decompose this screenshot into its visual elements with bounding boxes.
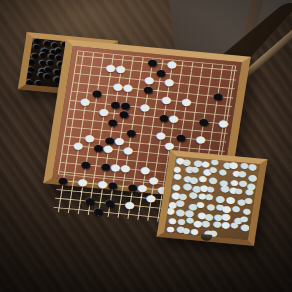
black-tray-stone: ● [26,65,35,73]
white-tray-stone: ● [245,188,255,196]
star-point-icon [157,90,159,92]
white-stone-tray: ●●●●●●●●●●●●●●●●●●●●●●●●●●●●●●●●●●●●●●●●… [164,156,259,240]
black-tray-stone: ● [31,52,40,60]
white-tray-stone: ● [182,227,191,235]
white-tray-stone: ● [221,205,232,214]
white-tray-stone: ● [189,176,199,185]
black-tray-stone: ● [39,52,47,59]
black-tray-stone: ● [37,72,46,80]
white-tray-stone: ● [228,161,239,170]
white-tray-stone: ● [211,159,220,167]
white-tray-stone: ● [229,186,239,194]
white-tray-stone: ● [201,220,211,229]
white-tray-stone: ● [188,202,198,211]
black-tray-stone: ● [26,70,34,78]
star-point-icon [217,95,219,97]
white-tray-stone: ● [182,158,192,167]
white-tray-stone: ● [182,183,193,192]
white-tray-stone: ● [204,212,214,221]
white-tray-stone: ● [240,224,251,233]
black-tray-stone: ● [43,40,52,48]
white-tray-stone: ● [234,216,244,225]
black-tray-stone: ● [46,59,54,66]
black-tray-stone: ● [35,79,43,86]
white-tray-stone: ● [175,199,185,208]
white-tray-stone: ● [199,183,209,192]
black-tray-stone: ● [44,66,53,74]
drawer-latch[interactable] [200,234,212,241]
white-tray-stone: ● [221,221,231,230]
black-tray-stone: ● [27,57,36,65]
white-tray-stone: ● [232,205,242,213]
white-tray-stone: ● [218,169,227,177]
star-point-icon [149,143,151,145]
white-tray-stone: ● [244,196,253,204]
white-tray-stone: ● [192,185,203,194]
white-tray-stone: ● [166,225,175,233]
white-tray-stone: ● [230,179,239,187]
white-tray-stone: ● [198,175,208,183]
white-tray-stone: ● [237,198,247,207]
white-tray-stone: ● [185,165,196,174]
white-tray-stone: ● [234,188,243,196]
white-tray-stone: ● [219,179,229,188]
white-tray-stone: ● [240,161,249,169]
star-point-icon [80,191,82,193]
white-tray-stone: ● [214,213,224,222]
white-stone-drawer[interactable]: ●●●●●●●●●●●●●●●●●●●●●●●●●●●●●●●●●●●●●●●●… [157,150,268,246]
white-tray-stone: ● [184,210,195,219]
white-tray-stone: ● [173,165,182,173]
white-tray-stone: ● [193,159,203,168]
white-tray-stone: ● [168,200,178,209]
table-surface: ●●●●●●●●●●●●●●●●●●●●●●●●●●●●●●●●●●●●●●●●… [0,0,292,292]
black-tray-stone: ● [51,41,59,48]
white-tray-stone: ● [183,175,193,184]
white-tray-stone: ● [243,207,252,215]
star-point-icon [97,84,99,86]
white-tray-stone: ● [201,160,211,168]
black-tray-stone: ● [55,47,63,54]
white-tray-stone: ● [193,220,203,229]
white-tray-stone: ● [215,195,226,204]
white-tray-stone: ● [178,192,188,201]
white-tray-stone: ● [166,206,176,215]
black-tray-stone: ● [50,48,59,56]
white-tray-stone: ● [209,167,218,175]
white-tray-stone: ● [238,170,248,179]
white-tray-stone: ● [176,225,186,234]
black-tray-stone: ● [32,38,41,45]
black-tray-stone: ● [26,78,34,85]
white-tray-stone: ● [198,192,207,200]
white-tray-stone: ● [221,212,232,221]
white-tray-stone: ● [223,161,233,170]
white-tray-stone: ● [205,193,215,201]
white-tray-stone: ● [232,170,241,178]
white-tray-stone: ● [173,172,182,180]
white-tray-stone: ● [248,173,258,182]
white-tray-stone: ● [188,191,198,200]
white-tray-stone: ● [171,192,182,201]
white-tray-stone: ● [213,220,223,229]
white-tray-stone: ● [240,215,249,223]
white-tray-stone: ● [172,183,182,191]
white-tray-stone: ● [206,186,215,194]
white-tray-stone: ● [203,167,213,176]
white-tray-stone: ● [191,166,200,174]
white-tray-stone: ● [197,211,207,220]
black-tray-stone: ● [43,72,52,80]
white-tray-stone: ● [208,176,218,185]
white-tray-stone: ● [247,182,257,191]
black-tray-stone: ● [40,46,50,54]
white-tray-stone: ● [238,180,248,189]
star-point-icon [140,197,142,199]
black-tray-stone: ● [48,53,57,61]
black-tray-stone: ● [38,67,48,76]
white-tray-stone: ● [216,203,225,211]
black-tray-stone: ● [33,44,41,51]
black-tray-stone: ● [39,59,48,66]
white-tray-stone: ● [168,217,177,225]
white-tray-stone: ● [190,227,199,235]
white-tray-stone: ● [175,157,185,166]
white-tray-stone: ● [177,218,186,226]
white-tray-stone: ● [248,163,258,172]
star-point-icon [208,149,210,151]
white-tray-stone: ● [175,209,186,218]
white-tray-stone: ● [220,185,231,194]
white-tray-stone: ● [206,203,216,211]
white-tray-stone: ● [225,196,236,205]
white-tray-stone: ● [186,217,195,225]
star-point-icon [89,137,91,139]
white-tray-stone: ● [196,200,205,208]
white-tray-stone: ● [230,221,239,229]
